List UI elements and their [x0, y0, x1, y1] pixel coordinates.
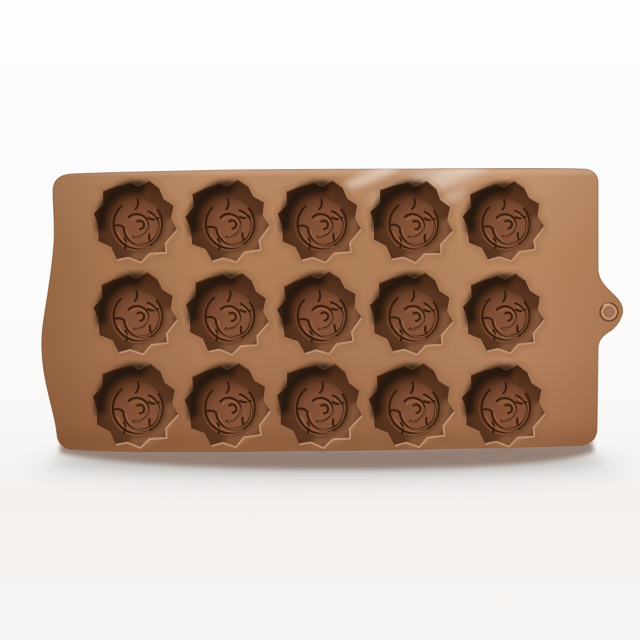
rose-cavity-icon — [271, 265, 369, 363]
rose-cavity-icon — [363, 173, 461, 271]
mold-cavity-rose — [90, 176, 182, 268]
mold-cavity-rose — [458, 360, 550, 452]
mold-cavity-rose — [458, 268, 550, 360]
rose-cavity-icon — [364, 266, 459, 361]
rose-cavity-icon — [86, 356, 186, 456]
mold-cavity-rose — [366, 176, 458, 268]
tab-hole — [600, 303, 618, 321]
rose-cavity-icon — [273, 175, 367, 269]
rose-cavity-icon — [179, 357, 276, 454]
mold-cavity-rose — [90, 360, 182, 452]
rose-cavity-icon — [458, 176, 550, 268]
rose-cavity-icon — [269, 355, 370, 456]
rose-cavity-icon — [456, 358, 551, 453]
mold-cavity-rose — [274, 360, 366, 452]
rose-cavity-icon — [89, 267, 183, 361]
product-photo: Brown silicone chocolate mold with 15 ro… — [0, 0, 640, 640]
mold-cavity-rose — [274, 176, 366, 268]
mold-cavity-rose — [182, 360, 274, 452]
rose-cavity-icon — [88, 174, 183, 269]
rose-cavity-icon — [180, 174, 277, 271]
mold-cavity-rose — [458, 176, 550, 268]
mold-cavity-rose — [366, 268, 458, 360]
mold-cavity-rose — [182, 176, 274, 268]
cavity-grid — [90, 176, 522, 452]
rose-cavity-icon — [364, 358, 459, 453]
mold-cavity-rose — [90, 268, 182, 360]
mold-cavity-rose — [274, 268, 366, 360]
rose-cavity-icon — [180, 266, 277, 363]
mold-cavity-rose — [366, 360, 458, 452]
mold-cavity-rose — [182, 268, 274, 360]
rose-cavity-icon — [459, 269, 548, 358]
